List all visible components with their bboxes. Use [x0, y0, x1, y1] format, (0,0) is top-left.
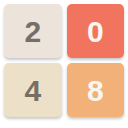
- tile-4: 4: [4, 63, 62, 117]
- tile-0-value: 0: [87, 17, 104, 47]
- tile-2: 2: [4, 4, 62, 58]
- board-2048: 2 0 4 8: [4, 4, 124, 117]
- tile-2-value: 2: [24, 17, 41, 47]
- tile-8-value: 8: [87, 76, 104, 106]
- tile-4-value: 4: [24, 76, 41, 106]
- tile-0: 0: [67, 4, 125, 58]
- tile-8: 8: [67, 63, 125, 117]
